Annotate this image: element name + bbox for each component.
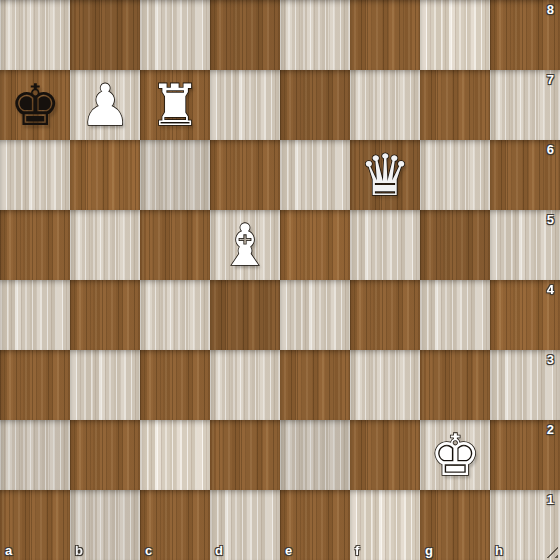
rank-label-8: 8 [547,2,554,17]
square-g5[interactable] [420,210,490,280]
white-queen-f6[interactable]: ♛ [359,147,410,204]
black-king-a7[interactable]: ♚ [9,77,60,134]
square-g1[interactable]: g [420,490,490,560]
square-d2[interactable] [210,420,280,490]
rank-label-7: 7 [547,72,554,87]
rank-label-5: 5 [547,212,554,227]
square-c6[interactable] [140,140,210,210]
square-c1[interactable]: c [140,490,210,560]
square-a6[interactable] [0,140,70,210]
white-rook-c7[interactable]: ♜ [149,77,200,134]
square-h3[interactable]: 3 [490,350,560,420]
square-h5[interactable]: 5 [490,210,560,280]
square-h2[interactable]: 2 [490,420,560,490]
square-h7[interactable]: 7 [490,70,560,140]
square-b2[interactable] [70,420,140,490]
square-d5[interactable]: ♝ [210,210,280,280]
square-c4[interactable] [140,280,210,350]
white-king-g2[interactable]: ♚ [429,427,480,484]
square-a4[interactable] [0,280,70,350]
square-a3[interactable] [0,350,70,420]
rank-label-6: 6 [547,142,554,157]
square-g4[interactable] [420,280,490,350]
rank-label-1: 1 [547,492,554,507]
square-h6[interactable]: 6 [490,140,560,210]
square-a8[interactable] [0,0,70,70]
square-e7[interactable] [280,70,350,140]
square-g6[interactable] [420,140,490,210]
square-b3[interactable] [70,350,140,420]
square-h8[interactable]: 8 [490,0,560,70]
square-a1[interactable]: a [0,490,70,560]
square-e6[interactable] [280,140,350,210]
board-wrap: 8♚♟♜7♛6♝543♚2abcdefgh1 [0,0,560,560]
square-d4[interactable] [210,280,280,350]
file-label-f: f [355,543,359,558]
square-e4[interactable] [280,280,350,350]
square-b7[interactable]: ♟ [70,70,140,140]
square-a2[interactable] [0,420,70,490]
file-label-c: c [145,543,152,558]
square-h4[interactable]: 4 [490,280,560,350]
square-e1[interactable]: e [280,490,350,560]
square-e8[interactable] [280,0,350,70]
square-f8[interactable] [350,0,420,70]
file-label-h: h [495,543,503,558]
rank-label-2: 2 [547,422,554,437]
white-pawn-b7[interactable]: ♟ [79,77,130,134]
square-c2[interactable] [140,420,210,490]
square-d8[interactable] [210,0,280,70]
square-g7[interactable] [420,70,490,140]
square-c3[interactable] [140,350,210,420]
square-f3[interactable] [350,350,420,420]
square-a7[interactable]: ♚ [0,70,70,140]
square-b6[interactable] [70,140,140,210]
square-e5[interactable] [280,210,350,280]
square-f7[interactable] [350,70,420,140]
rank-label-3: 3 [547,352,554,367]
square-c7[interactable]: ♜ [140,70,210,140]
white-bishop-d5[interactable]: ♝ [219,217,270,274]
file-label-e: e [285,543,292,558]
square-h1[interactable]: h1 [490,490,560,560]
rank-label-4: 4 [547,282,554,297]
file-label-a: a [5,543,12,558]
square-e2[interactable] [280,420,350,490]
square-b5[interactable] [70,210,140,280]
square-g3[interactable] [420,350,490,420]
square-f6[interactable]: ♛ [350,140,420,210]
chess-board: 8♚♟♜7♛6♝543♚2abcdefgh1 [0,0,560,560]
file-label-g: g [425,543,433,558]
square-b1[interactable]: b [70,490,140,560]
square-e3[interactable] [280,350,350,420]
square-f2[interactable] [350,420,420,490]
square-f4[interactable] [350,280,420,350]
square-d1[interactable]: d [210,490,280,560]
square-g2[interactable]: ♚ [420,420,490,490]
square-d7[interactable] [210,70,280,140]
square-d6[interactable] [210,140,280,210]
square-f5[interactable] [350,210,420,280]
square-c5[interactable] [140,210,210,280]
file-label-d: d [215,543,223,558]
square-f1[interactable]: f [350,490,420,560]
file-label-b: b [75,543,83,558]
square-a5[interactable] [0,210,70,280]
square-b4[interactable] [70,280,140,350]
square-b8[interactable] [70,0,140,70]
square-g8[interactable] [420,0,490,70]
square-d3[interactable] [210,350,280,420]
square-c8[interactable] [140,0,210,70]
